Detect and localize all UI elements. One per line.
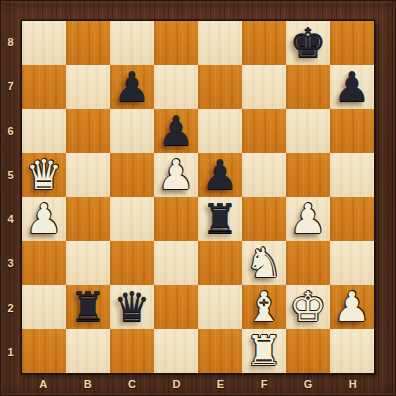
white-pawn-a4[interactable]: ♟ — [22, 197, 66, 241]
square-a5[interactable]: ♛ — [22, 153, 66, 197]
black-rook-e4[interactable]: ♜ — [198, 197, 242, 241]
square-a2[interactable] — [22, 285, 66, 329]
square-a6[interactable] — [22, 109, 66, 153]
rank-label-3: 3 — [0, 241, 21, 285]
chess-board-frame: 87654321 ♚♟♟♟♛♟♟♟♜♟♞♜♛♝♚♟♜ ABCDEFGH — [0, 0, 396, 396]
white-king-g2[interactable]: ♚ — [286, 285, 330, 329]
square-a4[interactable]: ♟ — [22, 197, 66, 241]
white-queen-a5[interactable]: ♛ — [22, 153, 66, 197]
white-rook-f1[interactable]: ♜ — [242, 329, 286, 373]
square-f1[interactable]: ♜ — [242, 329, 286, 373]
square-h8[interactable] — [330, 21, 374, 65]
square-h5[interactable] — [330, 153, 374, 197]
square-d4[interactable] — [154, 197, 198, 241]
black-pawn-h7[interactable]: ♟ — [330, 65, 374, 109]
square-a8[interactable] — [22, 21, 66, 65]
black-queen-c2[interactable]: ♛ — [110, 285, 154, 329]
square-g8[interactable]: ♚ — [286, 21, 330, 65]
square-g7[interactable] — [286, 65, 330, 109]
square-d3[interactable] — [154, 241, 198, 285]
square-g1[interactable] — [286, 329, 330, 373]
white-bishop-f2[interactable]: ♝ — [242, 285, 286, 329]
square-e5[interactable]: ♟ — [198, 153, 242, 197]
square-f6[interactable] — [242, 109, 286, 153]
square-c6[interactable] — [110, 109, 154, 153]
rank-label-7: 7 — [0, 64, 21, 108]
square-f5[interactable] — [242, 153, 286, 197]
square-g2[interactable]: ♚ — [286, 285, 330, 329]
file-label-g: G — [286, 373, 331, 395]
white-pawn-d5[interactable]: ♟ — [154, 153, 198, 197]
rank-label-8: 8 — [0, 20, 21, 64]
white-pawn-h2[interactable]: ♟ — [330, 285, 374, 329]
square-d2[interactable] — [154, 285, 198, 329]
square-a1[interactable] — [22, 329, 66, 373]
square-b5[interactable] — [66, 153, 110, 197]
black-pawn-c7[interactable]: ♟ — [110, 65, 154, 109]
square-e3[interactable] — [198, 241, 242, 285]
square-c3[interactable] — [110, 241, 154, 285]
file-label-b: B — [65, 373, 109, 395]
black-rook-b2[interactable]: ♜ — [66, 285, 110, 329]
square-b2[interactable]: ♜ — [66, 285, 110, 329]
white-knight-f3[interactable]: ♞ — [242, 241, 286, 285]
square-d6[interactable]: ♟ — [154, 109, 198, 153]
square-b1[interactable] — [66, 329, 110, 373]
square-b8[interactable] — [66, 21, 110, 65]
rank-label-6: 6 — [0, 109, 21, 153]
square-c8[interactable] — [110, 21, 154, 65]
square-d7[interactable] — [154, 65, 198, 109]
square-b4[interactable] — [66, 197, 110, 241]
square-e6[interactable] — [198, 109, 242, 153]
file-label-a: A — [21, 373, 65, 395]
square-c5[interactable] — [110, 153, 154, 197]
square-h2[interactable]: ♟ — [330, 285, 374, 329]
white-pawn-g4[interactable]: ♟ — [286, 197, 330, 241]
square-f8[interactable] — [242, 21, 286, 65]
square-d8[interactable] — [154, 21, 198, 65]
square-e1[interactable] — [198, 329, 242, 373]
square-c1[interactable] — [110, 329, 154, 373]
square-g6[interactable] — [286, 109, 330, 153]
black-pawn-d6[interactable]: ♟ — [154, 109, 198, 153]
file-labels: ABCDEFGH — [21, 373, 375, 395]
file-label-f: F — [242, 373, 285, 395]
rank-labels: 87654321 — [0, 20, 21, 374]
square-g4[interactable]: ♟ — [286, 197, 330, 241]
square-b7[interactable] — [66, 65, 110, 109]
square-e7[interactable] — [198, 65, 242, 109]
square-h7[interactable]: ♟ — [330, 65, 374, 109]
square-f4[interactable] — [242, 197, 286, 241]
square-b6[interactable] — [66, 109, 110, 153]
square-e2[interactable] — [198, 285, 242, 329]
square-f2[interactable]: ♝ — [242, 285, 286, 329]
square-h1[interactable] — [330, 329, 374, 373]
file-label-c: C — [110, 373, 154, 395]
square-e4[interactable]: ♜ — [198, 197, 242, 241]
square-h3[interactable] — [330, 241, 374, 285]
square-a3[interactable] — [22, 241, 66, 285]
black-king-g8[interactable]: ♚ — [286, 21, 330, 65]
square-h4[interactable] — [330, 197, 374, 241]
file-label-d: D — [154, 373, 198, 395]
square-g3[interactable] — [286, 241, 330, 285]
file-label-e: E — [199, 373, 243, 395]
square-f3[interactable]: ♞ — [242, 241, 286, 285]
square-f7[interactable] — [242, 65, 286, 109]
square-h6[interactable] — [330, 109, 374, 153]
rank-label-1: 1 — [0, 330, 21, 374]
square-d1[interactable] — [154, 329, 198, 373]
rank-label-4: 4 — [0, 197, 21, 241]
square-a7[interactable] — [22, 65, 66, 109]
black-pawn-e5[interactable]: ♟ — [198, 153, 242, 197]
square-g5[interactable] — [286, 153, 330, 197]
rank-label-2: 2 — [0, 286, 21, 330]
square-c7[interactable]: ♟ — [110, 65, 154, 109]
square-b3[interactable] — [66, 241, 110, 285]
file-label-h: H — [331, 373, 375, 395]
rank-label-5: 5 — [0, 153, 21, 197]
chess-board: ♚♟♟♟♛♟♟♟♜♟♞♜♛♝♚♟♜ — [21, 20, 375, 374]
square-e8[interactable] — [198, 21, 242, 65]
square-c4[interactable] — [110, 197, 154, 241]
square-d5[interactable]: ♟ — [154, 153, 198, 197]
square-c2[interactable]: ♛ — [110, 285, 154, 329]
